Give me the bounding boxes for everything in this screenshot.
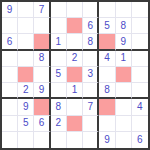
cell-r2c1[interactable] bbox=[2, 18, 18, 34]
cell-r8c7[interactable] bbox=[99, 116, 115, 132]
sudoku-board: 9765861898241532918987456296 bbox=[0, 0, 150, 150]
cell-r1c3[interactable]: 7 bbox=[34, 2, 50, 18]
cell-r8c5[interactable] bbox=[67, 116, 83, 132]
cell-r5c8[interactable] bbox=[116, 67, 132, 83]
cell-r1c7[interactable] bbox=[99, 2, 115, 18]
cell-r2c7[interactable]: 5 bbox=[99, 18, 115, 34]
cell-r9c4[interactable] bbox=[51, 132, 67, 148]
cell-r1c9[interactable] bbox=[132, 2, 148, 18]
cell-r7c3[interactable] bbox=[34, 99, 50, 115]
cell-r4c5[interactable]: 2 bbox=[67, 51, 83, 67]
cell-r1c6[interactable] bbox=[83, 2, 99, 18]
cell-r3c1[interactable]: 6 bbox=[2, 34, 18, 50]
cell-r3c2[interactable] bbox=[18, 34, 34, 50]
cell-r5c9[interactable] bbox=[132, 67, 148, 83]
cell-r4c6[interactable] bbox=[83, 51, 99, 67]
cell-r6c2[interactable]: 2 bbox=[18, 83, 34, 99]
cell-r8c9[interactable] bbox=[132, 116, 148, 132]
cell-r9c6[interactable] bbox=[83, 132, 99, 148]
cell-r8c8[interactable] bbox=[116, 116, 132, 132]
cell-r5c4[interactable]: 5 bbox=[51, 67, 67, 83]
cell-r3c3[interactable] bbox=[34, 34, 50, 50]
cell-r5c7[interactable] bbox=[99, 67, 115, 83]
cell-r1c1[interactable]: 9 bbox=[2, 2, 18, 18]
cell-r2c5[interactable] bbox=[67, 18, 83, 34]
cell-r2c2[interactable] bbox=[18, 18, 34, 34]
cell-r6c8[interactable] bbox=[116, 83, 132, 99]
cell-r4c1[interactable] bbox=[2, 51, 18, 67]
cell-r6c7[interactable]: 8 bbox=[99, 83, 115, 99]
cell-r7c6[interactable]: 7 bbox=[83, 99, 99, 115]
cell-r5c6[interactable]: 3 bbox=[83, 67, 99, 83]
cell-r7c7[interactable] bbox=[99, 99, 115, 115]
cell-r4c7[interactable]: 4 bbox=[99, 51, 115, 67]
cell-r6c9[interactable] bbox=[132, 83, 148, 99]
cell-r6c3[interactable]: 9 bbox=[34, 83, 50, 99]
cell-r2c4[interactable] bbox=[51, 18, 67, 34]
cell-r2c8[interactable]: 8 bbox=[116, 18, 132, 34]
cell-r7c2[interactable]: 9 bbox=[18, 99, 34, 115]
cell-r4c2[interactable] bbox=[18, 51, 34, 67]
cell-r4c8[interactable]: 1 bbox=[116, 51, 132, 67]
cell-r8c6[interactable] bbox=[83, 116, 99, 132]
cell-r8c1[interactable] bbox=[2, 116, 18, 132]
cell-r2c3[interactable] bbox=[34, 18, 50, 34]
cell-r7c5[interactable] bbox=[67, 99, 83, 115]
cell-r2c6[interactable]: 6 bbox=[83, 18, 99, 34]
cell-r5c3[interactable] bbox=[34, 67, 50, 83]
cell-r7c1[interactable] bbox=[2, 99, 18, 115]
cell-r9c7[interactable]: 9 bbox=[99, 132, 115, 148]
cell-r4c4[interactable] bbox=[51, 51, 67, 67]
cell-r9c2[interactable] bbox=[18, 132, 34, 148]
cell-r9c9[interactable]: 6 bbox=[132, 132, 148, 148]
cell-r3c8[interactable]: 9 bbox=[116, 34, 132, 50]
cell-r6c6[interactable] bbox=[83, 83, 99, 99]
cell-r5c5[interactable] bbox=[67, 67, 83, 83]
cell-r1c5[interactable] bbox=[67, 2, 83, 18]
cell-r7c9[interactable]: 4 bbox=[132, 99, 148, 115]
cell-r2c9[interactable] bbox=[132, 18, 148, 34]
cell-r1c8[interactable] bbox=[116, 2, 132, 18]
cell-r5c2[interactable] bbox=[18, 67, 34, 83]
cell-r8c2[interactable]: 5 bbox=[18, 116, 34, 132]
cell-r7c8[interactable] bbox=[116, 99, 132, 115]
cell-r1c4[interactable] bbox=[51, 2, 67, 18]
cell-r6c5[interactable]: 1 bbox=[67, 83, 83, 99]
cell-r4c9[interactable] bbox=[132, 51, 148, 67]
cell-r4c3[interactable]: 8 bbox=[34, 51, 50, 67]
cell-r9c8[interactable] bbox=[116, 132, 132, 148]
cell-r9c5[interactable] bbox=[67, 132, 83, 148]
cell-r7c4[interactable]: 8 bbox=[51, 99, 67, 115]
cell-r3c6[interactable]: 8 bbox=[83, 34, 99, 50]
cell-r3c5[interactable] bbox=[67, 34, 83, 50]
cell-r6c4[interactable] bbox=[51, 83, 67, 99]
cell-r3c4[interactable]: 1 bbox=[51, 34, 67, 50]
cell-r1c2[interactable] bbox=[18, 2, 34, 18]
cell-r8c4[interactable]: 2 bbox=[51, 116, 67, 132]
cell-r9c1[interactable] bbox=[2, 132, 18, 148]
cell-r9c3[interactable] bbox=[34, 132, 50, 148]
cell-r8c3[interactable]: 6 bbox=[34, 116, 50, 132]
cell-r3c9[interactable] bbox=[132, 34, 148, 50]
cell-r3c7[interactable] bbox=[99, 34, 115, 50]
cell-r5c1[interactable] bbox=[2, 67, 18, 83]
cell-r6c1[interactable] bbox=[2, 83, 18, 99]
